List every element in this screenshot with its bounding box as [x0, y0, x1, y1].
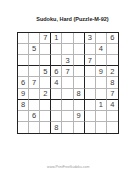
- cell-r2c4: [51, 44, 62, 55]
- cell-r1c7: 3: [85, 33, 96, 44]
- cell-r4c4: 6: [51, 66, 62, 77]
- cell-r3c7: 7: [85, 55, 96, 66]
- cell-r8c9: [107, 111, 118, 122]
- cell-r9c1: [18, 122, 29, 133]
- cell-r4c7: [85, 66, 96, 77]
- cell-r1c4: 1: [51, 33, 62, 44]
- cell-r7c6: [74, 100, 85, 111]
- cell-r4c9: 2: [107, 66, 118, 77]
- cell-r5c5: [62, 77, 73, 88]
- cell-r3c6: [74, 55, 85, 66]
- cell-r4c2: [29, 66, 40, 77]
- cell-r2c2: 5: [29, 44, 40, 55]
- cell-r3c2: [29, 55, 40, 66]
- cell-r2c1: [18, 44, 29, 55]
- cell-r8c8: [96, 111, 107, 122]
- cell-r4c5: 7: [62, 66, 73, 77]
- cell-r6c7: [85, 89, 96, 100]
- cell-r9c6: [74, 122, 85, 133]
- cell-r2c6: [74, 44, 85, 55]
- cell-r6c4: [51, 89, 62, 100]
- cell-r2c3: [40, 44, 51, 55]
- cell-r8c5: [62, 111, 73, 122]
- cell-r4c8: 9: [96, 66, 107, 77]
- cell-r7c8: 1: [96, 100, 107, 111]
- cell-r7c4: [51, 100, 62, 111]
- cell-r7c1: 8: [18, 100, 29, 111]
- cell-r9c5: [62, 122, 73, 133]
- cell-r3c5: 3: [62, 55, 73, 66]
- cell-r9c7: [85, 122, 96, 133]
- cell-r9c3: [40, 122, 51, 133]
- cell-r1c6: [74, 33, 85, 44]
- cell-r6c6: 8: [74, 89, 85, 100]
- cell-r8c3: [40, 111, 51, 122]
- cell-r9c9: [107, 122, 118, 133]
- cell-r2c7: [85, 44, 96, 55]
- cell-r2c8: 4: [96, 44, 107, 55]
- cell-r8c7: [85, 111, 96, 122]
- cell-r9c8: [96, 122, 107, 133]
- cell-r1c5: [62, 33, 73, 44]
- cell-r3c3: [40, 55, 51, 66]
- cell-r6c9: 7: [107, 89, 118, 100]
- title-row: Sudoku, Hard (Puzzle-M-92): [0, 9, 136, 27]
- cell-r6c2: [29, 89, 40, 100]
- cell-r7c5: [62, 100, 73, 111]
- cell-r5c6: [74, 77, 85, 88]
- cell-r6c8: [96, 89, 107, 100]
- cell-r3c9: [107, 55, 118, 66]
- sudoku-page: Sudoku, Hard (Puzzle-M-92) 7136543756792…: [0, 0, 136, 176]
- cell-r1c9: 6: [107, 33, 118, 44]
- cell-r4c6: [74, 66, 85, 77]
- cell-r8c2: 6: [29, 111, 40, 122]
- cell-r2c9: [107, 44, 118, 55]
- cell-r3c8: [96, 55, 107, 66]
- cell-r6c3: 2: [40, 89, 51, 100]
- cell-r6c1: 9: [18, 89, 29, 100]
- cell-r5c7: [85, 77, 96, 88]
- cell-r8c4: [51, 111, 62, 122]
- cell-r2c5: [62, 44, 73, 55]
- cell-r7c3: [40, 100, 51, 111]
- cell-r7c2: [29, 100, 40, 111]
- cell-r1c3: 7: [40, 33, 51, 44]
- cell-r4c1: [18, 66, 29, 77]
- cell-r3c4: [51, 55, 62, 66]
- cell-r3c1: [18, 55, 29, 66]
- cell-r7c9: 4: [107, 100, 118, 111]
- cell-r8c6: 9: [74, 111, 85, 122]
- footer-url: www.PrintFreeSudoku.com: [47, 165, 89, 169]
- cell-r9c2: [29, 122, 40, 133]
- cell-r5c1: 6: [18, 77, 29, 88]
- cell-r8c1: [18, 111, 29, 122]
- cell-r6c5: [62, 89, 73, 100]
- cell-r1c1: [18, 33, 29, 44]
- cell-r5c3: [40, 77, 51, 88]
- cell-r5c4: 4: [51, 77, 62, 88]
- cell-r1c8: [96, 33, 107, 44]
- cell-r5c8: [96, 77, 107, 88]
- cell-r9c4: 8: [51, 122, 62, 133]
- cell-r1c2: [29, 33, 40, 44]
- cell-r7c7: [85, 100, 96, 111]
- cell-r4c3: 5: [40, 66, 51, 77]
- footer-row: www.PrintFreeSudoku.com: [0, 155, 136, 173]
- cell-r5c9: 8: [107, 77, 118, 88]
- cell-r5c2: 7: [29, 77, 40, 88]
- page-title: Sudoku, Hard (Puzzle-M-92): [36, 16, 108, 22]
- sudoku-grid: 713654375679267489287814698: [17, 32, 119, 134]
